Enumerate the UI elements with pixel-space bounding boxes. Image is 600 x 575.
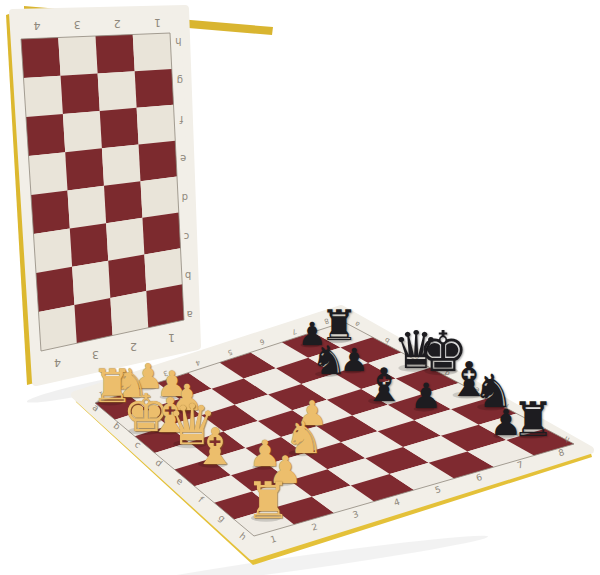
board-cell — [141, 177, 179, 218]
coordinate-label: g — [177, 75, 183, 86]
board-cell — [133, 33, 172, 71]
coordinate-label: 4 — [54, 356, 61, 369]
board-cell — [72, 261, 110, 305]
board-cell — [58, 36, 97, 76]
board-cell — [29, 152, 68, 195]
board-cell — [108, 254, 146, 298]
board-cell — [106, 218, 144, 261]
board-cell — [135, 69, 174, 108]
coordinate-label: 2 — [114, 17, 121, 30]
board-cell — [104, 181, 142, 223]
board-cell — [26, 114, 65, 156]
coordinate-label: 2 — [130, 340, 137, 353]
coordinate-label: 3 — [74, 18, 81, 31]
board-cell — [100, 108, 139, 149]
board-cell — [98, 71, 137, 111]
board-cell — [70, 223, 108, 267]
coordinate-label: d — [182, 192, 188, 203]
coordinate-label: 1 — [154, 16, 161, 29]
coordinate-label: f — [179, 114, 183, 125]
board-cell — [34, 229, 73, 273]
coordinate-label: 1 — [168, 331, 175, 344]
chess-piece-white-bishop[interactable]: ♝ — [193, 422, 238, 472]
board-cell — [61, 73, 100, 114]
board-cell — [68, 186, 107, 229]
board-cell — [144, 248, 182, 291]
coordinate-label: h — [175, 36, 181, 47]
board-cell — [137, 105, 176, 145]
board-cell — [96, 35, 135, 74]
board-cell — [31, 190, 70, 234]
chess-set-product-photo: 43214321hgfedcbaabcdefgh12345678abcdefgh… — [0, 0, 600, 575]
board-cell — [36, 267, 74, 312]
chess-piece-black-bishop[interactable]: ♝ — [363, 362, 404, 408]
board-cell — [139, 141, 177, 182]
board-cell — [24, 76, 63, 117]
coordinate-label: c — [184, 231, 190, 242]
chess-piece-black-pawn[interactable]: ♟ — [490, 405, 522, 441]
chess-piece-black-pawn[interactable]: ♟ — [410, 379, 441, 414]
chess-piece-black-knight[interactable]: ♞ — [311, 340, 347, 380]
board-cell — [142, 212, 180, 254]
board-cell — [21, 38, 61, 79]
board-cell — [102, 144, 141, 185]
board-cell — [65, 148, 104, 190]
coordinate-label: e — [180, 153, 186, 164]
coordinate-label: b — [185, 270, 191, 281]
coordinate-label: 4 — [34, 19, 41, 32]
board-cell — [63, 111, 102, 152]
chess-piece-white-rook[interactable]: ♜ — [246, 476, 291, 526]
coordinate-label: a — [187, 309, 193, 320]
